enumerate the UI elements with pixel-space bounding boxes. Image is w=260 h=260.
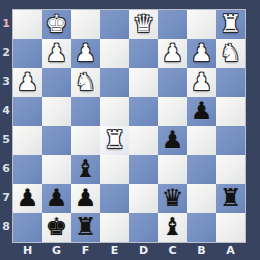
square-c2[interactable]: ♟ [158,39,187,68]
piece-black-pawn-h7[interactable]: ♟ [13,184,42,213]
square-e2[interactable] [100,39,129,68]
square-a5[interactable] [216,126,245,155]
square-h1[interactable] [13,10,42,39]
square-b4[interactable]: ♟ [187,97,216,126]
square-b7[interactable] [187,184,216,213]
square-d5[interactable] [129,126,158,155]
square-b3[interactable]: ♟ [187,68,216,97]
square-a8[interactable] [216,213,245,242]
piece-black-pawn-b4[interactable]: ♟ [187,97,216,126]
piece-white-king-g1[interactable]: ♚ [42,10,71,39]
file-label-g: G [42,244,71,258]
chess-board[interactable]: ♚♛♜♟♟♟♟♞♟♞♟♟♜♟♝♟♟♟♛♜♚♜♝ [12,9,246,243]
square-e8[interactable] [100,213,129,242]
square-b2[interactable]: ♟ [187,39,216,68]
square-f1[interactable] [71,10,100,39]
square-h4[interactable] [13,97,42,126]
square-c4[interactable] [158,97,187,126]
piece-black-pawn-c5[interactable]: ♟ [158,126,187,155]
square-d1[interactable]: ♛ [129,10,158,39]
piece-white-pawn-f2[interactable]: ♟ [71,39,100,68]
square-g5[interactable] [42,126,71,155]
square-f4[interactable] [71,97,100,126]
square-h6[interactable] [13,155,42,184]
rank-label-3: 3 [0,67,12,96]
rank-label-6: 6 [0,154,12,183]
piece-black-king-g8[interactable]: ♚ [42,213,71,242]
square-h2[interactable] [13,39,42,68]
square-g3[interactable] [42,68,71,97]
square-a1[interactable]: ♜ [216,10,245,39]
piece-white-rook-a1[interactable]: ♜ [216,10,245,39]
file-label-d: D [129,244,158,258]
piece-black-rook-f8[interactable]: ♜ [71,213,100,242]
square-e7[interactable] [100,184,129,213]
square-c5[interactable]: ♟ [158,126,187,155]
square-g4[interactable] [42,97,71,126]
square-d7[interactable] [129,184,158,213]
square-g1[interactable]: ♚ [42,10,71,39]
square-g8[interactable]: ♚ [42,213,71,242]
square-a7[interactable]: ♜ [216,184,245,213]
square-f6[interactable]: ♝ [71,155,100,184]
rank-label-1: 1 [0,9,12,38]
square-h8[interactable] [13,213,42,242]
piece-white-pawn-c2[interactable]: ♟ [158,39,187,68]
piece-white-pawn-b2[interactable]: ♟ [187,39,216,68]
piece-white-knight-a2[interactable]: ♞ [216,39,245,68]
file-label-b: B [187,244,216,258]
piece-black-bishop-c8[interactable]: ♝ [158,213,187,242]
square-c8[interactable]: ♝ [158,213,187,242]
square-e5[interactable]: ♜ [100,126,129,155]
square-c1[interactable] [158,10,187,39]
square-b6[interactable] [187,155,216,184]
square-g2[interactable]: ♟ [42,39,71,68]
square-h7[interactable]: ♟ [13,184,42,213]
piece-black-bishop-f6[interactable]: ♝ [71,155,100,184]
square-b1[interactable] [187,10,216,39]
rank-label-5: 5 [0,125,12,154]
square-f7[interactable]: ♟ [71,184,100,213]
square-d8[interactable] [129,213,158,242]
board-frame: 12345678 ♚♛♜♟♟♟♟♞♟♞♟♟♜♟♝♟♟♟♛♜♚♜♝ HGFEDCB… [0,0,260,260]
square-c3[interactable] [158,68,187,97]
rank-label-7: 7 [0,183,12,212]
piece-black-rook-a7[interactable]: ♜ [216,184,245,213]
file-label-e: E [100,244,129,258]
square-h3[interactable]: ♟ [13,68,42,97]
square-a3[interactable] [216,68,245,97]
square-f8[interactable]: ♜ [71,213,100,242]
square-c6[interactable] [158,155,187,184]
square-g7[interactable]: ♟ [42,184,71,213]
piece-black-queen-c7[interactable]: ♛ [158,184,187,213]
rank-label-2: 2 [0,38,12,67]
square-d4[interactable] [129,97,158,126]
square-d3[interactable] [129,68,158,97]
square-h5[interactable] [13,126,42,155]
square-e1[interactable] [100,10,129,39]
square-e4[interactable] [100,97,129,126]
piece-white-queen-d1[interactable]: ♛ [129,10,158,39]
square-e6[interactable] [100,155,129,184]
square-f5[interactable] [71,126,100,155]
square-a2[interactable]: ♞ [216,39,245,68]
square-e3[interactable] [100,68,129,97]
square-a4[interactable] [216,97,245,126]
piece-white-pawn-g2[interactable]: ♟ [42,39,71,68]
piece-white-pawn-h3[interactable]: ♟ [13,68,42,97]
square-d2[interactable] [129,39,158,68]
rank-label-4: 4 [0,96,12,125]
file-label-f: F [71,244,100,258]
square-b5[interactable] [187,126,216,155]
square-d6[interactable] [129,155,158,184]
piece-black-pawn-f7[interactable]: ♟ [71,184,100,213]
square-a6[interactable] [216,155,245,184]
piece-black-pawn-g7[interactable]: ♟ [42,184,71,213]
square-g6[interactable] [42,155,71,184]
piece-white-pawn-b3[interactable]: ♟ [187,68,216,97]
file-label-c: C [158,244,187,258]
square-f3[interactable]: ♞ [71,68,100,97]
square-b8[interactable] [187,213,216,242]
square-f2[interactable]: ♟ [71,39,100,68]
rank-label-8: 8 [0,212,12,241]
square-c7[interactable]: ♛ [158,184,187,213]
file-label-a: A [216,244,245,258]
piece-white-knight-f3[interactable]: ♞ [71,68,100,97]
piece-white-rook-e5[interactable]: ♜ [100,126,129,155]
file-label-h: H [13,244,42,258]
